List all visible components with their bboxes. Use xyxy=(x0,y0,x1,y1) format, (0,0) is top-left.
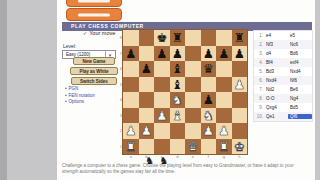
square-g6[interactable] xyxy=(216,61,232,77)
black-pawn-piece[interactable]: ♟ xyxy=(201,92,217,108)
move-row-10: 10.Qe1Qf6 xyxy=(254,112,312,121)
square-e8[interactable] xyxy=(185,30,201,46)
white-move[interactable]: Nd2 xyxy=(264,87,288,92)
white-move[interactable]: e4 xyxy=(264,33,288,38)
top-orange-button-1[interactable] xyxy=(66,0,122,7)
square-c2[interactable] xyxy=(154,123,170,139)
square-b2[interactable]: ♟ xyxy=(139,123,155,139)
square-c7[interactable]: ♟ xyxy=(154,46,170,62)
file-label-g: g xyxy=(216,154,232,159)
black-move[interactable]: Be6 xyxy=(288,87,312,92)
file-label-h: h xyxy=(232,154,248,159)
square-h3[interactable] xyxy=(232,108,248,124)
move-row-2: 2.Nf3Nc6 xyxy=(254,40,312,49)
square-f5[interactable] xyxy=(201,77,217,93)
black-pawn-piece[interactable]: ♟ xyxy=(201,46,217,62)
white-pawn-piece[interactable]: ♟ xyxy=(139,123,155,139)
square-h6[interactable] xyxy=(232,61,248,77)
square-h4[interactable] xyxy=(232,92,248,108)
black-move[interactable]: Bd6 xyxy=(288,51,312,56)
white-pawn-piece[interactable]: ♟ xyxy=(232,77,248,93)
sidebar-links: •PGN•FEN notation•Options xyxy=(65,86,95,106)
white-move[interactable]: Bf4 xyxy=(264,60,288,65)
square-e3[interactable] xyxy=(185,108,201,124)
white-move[interactable]: Qxg4 xyxy=(264,105,288,110)
rank-label-1: 1 xyxy=(116,139,122,155)
check-icon: ✓ xyxy=(83,30,87,36)
black-move[interactable]: Qf6 xyxy=(288,114,312,119)
square-b4[interactable] xyxy=(139,92,155,108)
move-number: 6. xyxy=(254,78,264,83)
square-f6[interactable]: ♛ xyxy=(201,61,217,77)
white-move[interactable]: O-O xyxy=(264,96,288,101)
square-g5[interactable] xyxy=(216,77,232,93)
square-b5[interactable] xyxy=(139,77,155,93)
square-d7[interactable]: ♟ xyxy=(170,46,186,62)
square-d3[interactable]: ♝ xyxy=(170,108,186,124)
move-row-9: 9.Qxg4Bd5 xyxy=(254,103,312,112)
square-g7[interactable]: ♟ xyxy=(216,46,232,62)
move-number: 2. xyxy=(254,42,264,47)
white-move[interactable]: Bd3 xyxy=(264,69,288,74)
black-move[interactable]: Bd5 xyxy=(288,105,312,110)
switch-sides-button[interactable]: Switch Sides xyxy=(71,77,117,85)
square-g2[interactable]: ♟ xyxy=(216,123,232,139)
white-king-piece[interactable]: ♚ xyxy=(232,139,248,155)
move-number: 5. xyxy=(254,69,264,74)
page-left-edge xyxy=(0,0,7,180)
square-b8[interactable] xyxy=(139,30,155,46)
white-move[interactable]: Nxd4 xyxy=(264,78,288,83)
file-label-d: d xyxy=(170,154,186,159)
black-pawn-piece[interactable]: ♟ xyxy=(154,46,170,62)
square-c8[interactable]: ♚ xyxy=(154,30,170,46)
move-number: 3. xyxy=(254,51,264,56)
square-e6[interactable] xyxy=(185,61,201,77)
move-row-5: 5.Bd3Nxd4 xyxy=(254,67,312,76)
square-a3[interactable] xyxy=(123,108,139,124)
square-e4[interactable] xyxy=(185,92,201,108)
white-queen-piece[interactable]: ♛ xyxy=(185,139,201,155)
square-e2[interactable] xyxy=(185,123,201,139)
rank-label-5: 5 xyxy=(116,77,122,93)
sidebar-link-options[interactable]: •Options xyxy=(65,99,95,106)
square-b3[interactable] xyxy=(139,108,155,124)
bullet-icon: • xyxy=(65,99,67,104)
square-c6[interactable] xyxy=(154,61,170,77)
move-number: 7. xyxy=(254,87,264,92)
square-a4[interactable] xyxy=(123,92,139,108)
square-h2[interactable] xyxy=(232,123,248,139)
square-d2[interactable] xyxy=(170,123,186,139)
square-h7[interactable]: ♟ xyxy=(232,46,248,62)
white-knight-piece[interactable]: ♞ xyxy=(201,108,217,124)
move-row-8: 8.O-ONg4 xyxy=(254,94,312,103)
black-pawn-piece[interactable]: ♟ xyxy=(232,46,248,62)
black-move[interactable]: Nxd4 xyxy=(288,69,312,74)
square-f3[interactable]: ♞ xyxy=(201,108,217,124)
square-d1[interactable] xyxy=(170,139,186,155)
black-queen-piece[interactable]: ♛ xyxy=(201,61,217,77)
square-a6[interactable] xyxy=(123,61,139,77)
square-a5[interactable] xyxy=(123,77,139,93)
square-a2[interactable]: ♟ xyxy=(123,123,139,139)
file-label-f: f xyxy=(201,154,217,159)
rank-label-6: 6 xyxy=(116,61,122,77)
square-a8[interactable] xyxy=(123,30,139,46)
move-number: 8. xyxy=(254,96,264,101)
white-move[interactable]: Qe1 xyxy=(264,114,288,119)
caption-line-1: Challenge a computer to a chess game. Ch… xyxy=(62,163,312,169)
square-d5[interactable]: ♝ xyxy=(170,77,186,93)
content-area: PLAY CHESS COMPUTER ✓Your move Level: Ea… xyxy=(57,0,315,180)
square-g1[interactable]: ♜ xyxy=(216,139,232,155)
file-label-a: a xyxy=(123,154,139,159)
page: PLAY CHESS COMPUTER ✓Your move Level: Ea… xyxy=(0,0,320,180)
top-orange-button-2[interactable] xyxy=(66,8,122,21)
move-row-4: 4.Bf4exf4 xyxy=(254,58,312,67)
white-pawn-piece[interactable]: ♟ xyxy=(216,123,232,139)
white-move[interactable]: d4 xyxy=(264,51,288,56)
square-a7[interactable]: ♟ xyxy=(123,46,139,62)
page-right-gutter xyxy=(315,0,320,180)
square-a1[interactable]: ♜ xyxy=(123,139,139,155)
move-number: 10. xyxy=(254,114,264,119)
square-f1[interactable] xyxy=(201,139,217,155)
square-g8[interactable] xyxy=(216,30,232,46)
move-row-1: 1.e4e5 xyxy=(254,31,312,40)
square-e5[interactable] xyxy=(185,77,201,93)
move-row-7: 7.Nd2Be6 xyxy=(254,85,312,94)
square-c1[interactable] xyxy=(154,139,170,155)
black-pawn-piece[interactable]: ♟ xyxy=(123,46,139,62)
section-title: PLAY CHESS COMPUTER xyxy=(71,23,144,29)
white-pawn-piece[interactable]: ♟ xyxy=(201,123,217,139)
black-king-piece[interactable]: ♚ xyxy=(154,30,170,46)
white-knight-piece[interactable]: ♞ xyxy=(170,92,186,108)
black-move[interactable]: Ng4 xyxy=(288,96,312,101)
square-b7[interactable] xyxy=(139,46,155,62)
square-c3[interactable]: ♟ xyxy=(154,108,170,124)
move-row-3: 3.d4Bd6 xyxy=(254,49,312,58)
square-g4[interactable] xyxy=(216,92,232,108)
play-as-white-button[interactable]: Play as White xyxy=(70,67,118,75)
rank-label-2: 2 xyxy=(116,123,122,139)
square-g3[interactable] xyxy=(216,108,232,124)
black-pawn-piece[interactable]: ♟ xyxy=(170,46,186,62)
square-e1[interactable]: ♛ xyxy=(185,139,201,155)
new-game-button[interactable]: New Game xyxy=(73,57,115,65)
square-d6[interactable]: ♝ xyxy=(170,61,186,77)
black-pawn-piece[interactable]: ♟ xyxy=(216,46,232,62)
square-f4[interactable]: ♟ xyxy=(201,92,217,108)
square-f8[interactable] xyxy=(201,30,217,46)
black-pawn-piece[interactable]: ♟ xyxy=(139,61,155,77)
move-number: 1. xyxy=(254,33,264,38)
move-row-6: 6.Nxd4Nf6 xyxy=(254,76,312,85)
move-number: 9. xyxy=(254,105,264,110)
square-h8[interactable]: ♜ xyxy=(232,30,248,46)
bullet-icon: • xyxy=(65,93,67,98)
white-rook-piece[interactable]: ♜ xyxy=(123,139,139,155)
square-d8[interactable]: ♜ xyxy=(170,30,186,46)
rank-labels: 87654321 xyxy=(116,30,122,154)
square-b6[interactable]: ♟ xyxy=(139,61,155,77)
square-f2[interactable]: ♟ xyxy=(201,123,217,139)
black-move[interactable]: exf4 xyxy=(288,60,312,65)
file-label-e: e xyxy=(185,154,201,159)
black-rook-piece[interactable]: ♜ xyxy=(232,30,248,46)
square-f7[interactable]: ♟ xyxy=(201,46,217,62)
white-bishop-piece[interactable]: ♝ xyxy=(170,108,186,124)
turn-status: ✓Your move xyxy=(83,30,115,36)
page-caption: Challenge a computer to a chess game. Ch… xyxy=(62,163,312,174)
square-h5[interactable]: ♟ xyxy=(232,77,248,93)
white-pawn-piece[interactable]: ♟ xyxy=(154,108,170,124)
move-number: 4. xyxy=(254,60,264,65)
square-c5[interactable] xyxy=(154,77,170,93)
square-e7[interactable] xyxy=(185,46,201,62)
page-left-gutter xyxy=(0,0,57,180)
move-list: 1.e4e52.Nf3Nc63.d4Bd64.Bf4exf45.Bd3Nxd46… xyxy=(253,30,313,122)
level-label: Level: xyxy=(63,43,76,49)
turn-status-label: Your move xyxy=(89,30,115,36)
white-pawn-piece[interactable]: ♟ xyxy=(123,123,139,139)
white-move[interactable]: Nf3 xyxy=(264,42,288,47)
button-text-smudge xyxy=(78,0,110,3)
caption-line-2: strength automatically so the games stay… xyxy=(62,169,312,175)
file-labels: abcdefgh xyxy=(123,154,247,159)
black-bishop-piece[interactable]: ♝ xyxy=(170,77,186,93)
rank-label-3: 3 xyxy=(116,108,122,124)
black-move[interactable]: e5 xyxy=(288,33,312,38)
rank-label-4: 4 xyxy=(116,92,122,108)
square-d4[interactable]: ♞ xyxy=(170,92,186,108)
square-b1[interactable] xyxy=(139,139,155,155)
bullet-icon: • xyxy=(65,86,67,91)
black-bishop-piece[interactable]: ♝ xyxy=(170,61,186,77)
black-rook-piece[interactable]: ♜ xyxy=(170,30,186,46)
white-rook-piece[interactable]: ♜ xyxy=(216,139,232,155)
black-move[interactable]: Nf6 xyxy=(288,78,312,83)
square-h1[interactable]: ♚ xyxy=(232,139,248,155)
black-move[interactable]: Nc6 xyxy=(288,42,312,47)
rank-label-7: 7 xyxy=(116,46,122,62)
button-text-smudge xyxy=(78,13,110,16)
chess-board: ♚♜♜♟♟♟♟♟♟♟♝♛♝♟♞♟♟♝♞♟♟♟♟♜♛♜♚ xyxy=(123,30,247,154)
square-c4[interactable] xyxy=(154,92,170,108)
rank-label-8: 8 xyxy=(116,30,122,46)
